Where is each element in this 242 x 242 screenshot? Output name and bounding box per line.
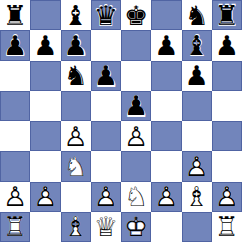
square-a2[interactable]: ♟♙	[0, 182, 30, 212]
piece-glyph: ♘	[121, 182, 151, 212]
square-c1[interactable]: ♝♗	[61, 212, 91, 242]
square-g1[interactable]	[182, 212, 212, 242]
piece-fill: ♞	[59, 59, 93, 93]
square-h2[interactable]: ♟♙	[212, 182, 242, 212]
square-a3[interactable]	[0, 151, 30, 181]
piece-white-pawn[interactable]: ♟♙	[61, 121, 91, 151]
square-f6[interactable]	[151, 61, 181, 91]
square-c4[interactable]: ♟♙	[61, 121, 91, 151]
square-a8[interactable]: ♜♜	[0, 0, 30, 30]
piece-glyph: ♙	[61, 121, 91, 151]
piece-glyph: ♟	[212, 30, 242, 60]
piece-black-knight[interactable]: ♞♞	[61, 61, 91, 91]
piece-glyph: ♙	[212, 182, 242, 212]
square-f2[interactable]: ♟♙	[151, 182, 181, 212]
square-h6[interactable]	[212, 61, 242, 91]
square-b8[interactable]	[30, 0, 60, 30]
piece-fill: ♟	[0, 28, 32, 62]
piece-white-bishop[interactable]: ♝♗	[182, 182, 212, 212]
square-e7[interactable]	[121, 30, 151, 60]
square-c2[interactable]	[61, 182, 91, 212]
square-b3[interactable]	[30, 151, 60, 181]
square-g7[interactable]: ♝♝	[182, 30, 212, 60]
square-b4[interactable]	[30, 121, 60, 151]
piece-fill: ♟	[28, 28, 62, 62]
piece-fill: ♟	[212, 182, 242, 212]
square-b1[interactable]	[30, 212, 60, 242]
piece-glyph: ♟	[151, 30, 181, 60]
square-g3[interactable]: ♟♙	[182, 151, 212, 181]
square-a6[interactable]	[0, 61, 30, 91]
piece-black-rook[interactable]: ♜♜	[212, 0, 242, 30]
piece-glyph: ♟	[0, 30, 30, 60]
piece-glyph: ♙	[0, 182, 30, 212]
square-h4[interactable]	[212, 121, 242, 151]
piece-glyph: ♜	[0, 0, 30, 30]
piece-fill: ♟	[180, 59, 214, 93]
square-e6[interactable]	[121, 61, 151, 91]
square-d3[interactable]	[91, 151, 121, 181]
square-a1[interactable]: ♜♖	[0, 212, 30, 242]
piece-glyph: ♗	[61, 212, 91, 242]
piece-fill: ♟	[89, 59, 123, 93]
piece-fill: ♟	[149, 28, 183, 62]
piece-white-pawn[interactable]: ♟♙	[182, 151, 212, 181]
square-a7[interactable]: ♟♟	[0, 30, 30, 60]
piece-glyph: ♞	[61, 61, 91, 91]
piece-glyph: ♟	[182, 61, 212, 91]
piece-glyph: ♝	[182, 30, 212, 60]
piece-black-pawn[interactable]: ♟♟	[61, 30, 91, 60]
piece-fill: ♚	[121, 212, 151, 242]
piece-white-knight[interactable]: ♞♘	[121, 182, 151, 212]
piece-fill: ♚	[119, 0, 153, 32]
chess-board: ♜♜♝♝♛♛♚♚♞♞♜♜♟♟♟♟♟♟♟♟♝♝♟♟♞♞♟♟♟♟♟♟♟♙♟♙♞♘♟♙…	[0, 0, 242, 242]
square-c5[interactable]	[61, 91, 91, 121]
square-b2[interactable]: ♟♙	[30, 182, 60, 212]
piece-glyph: ♟	[30, 30, 60, 60]
piece-glyph: ♙	[151, 182, 181, 212]
square-h3[interactable]	[212, 151, 242, 181]
piece-fill: ♟	[210, 28, 242, 62]
piece-fill: ♜	[0, 212, 30, 242]
piece-glyph: ♙	[91, 182, 121, 212]
piece-white-pawn[interactable]: ♟♙	[151, 182, 181, 212]
piece-black-bishop[interactable]: ♝♝	[61, 0, 91, 30]
piece-black-pawn[interactable]: ♟♟	[212, 30, 242, 60]
piece-fill: ♟	[151, 182, 181, 212]
piece-black-knight[interactable]: ♞♞	[182, 0, 212, 30]
square-e5[interactable]: ♟♟	[121, 91, 151, 121]
piece-fill: ♝	[59, 0, 93, 32]
square-e3[interactable]	[121, 151, 151, 181]
piece-fill: ♟	[61, 121, 91, 151]
piece-glyph: ♟	[91, 61, 121, 91]
square-d5[interactable]	[91, 91, 121, 121]
piece-glyph: ♛	[91, 0, 121, 30]
square-f1[interactable]	[151, 212, 181, 242]
square-c8[interactable]: ♝♝	[61, 0, 91, 30]
piece-fill: ♛	[91, 212, 121, 242]
piece-white-pawn[interactable]: ♟♙	[212, 182, 242, 212]
piece-white-knight[interactable]: ♞♘	[61, 151, 91, 181]
square-a5[interactable]	[0, 91, 30, 121]
piece-black-pawn[interactable]: ♟♟	[151, 30, 181, 60]
piece-glyph: ♜	[212, 0, 242, 30]
piece-white-pawn[interactable]: ♟♙	[121, 121, 151, 151]
piece-fill: ♝	[180, 28, 214, 62]
piece-glyph: ♟	[61, 30, 91, 60]
piece-glyph: ♙	[182, 151, 212, 181]
square-d1[interactable]: ♛♕	[91, 212, 121, 242]
piece-glyph: ♗	[182, 182, 212, 212]
square-d7[interactable]	[91, 30, 121, 60]
piece-white-queen[interactable]: ♛♕	[91, 212, 121, 242]
square-h8[interactable]: ♜♜	[212, 0, 242, 30]
piece-fill: ♝	[182, 182, 212, 212]
piece-fill: ♜	[0, 0, 32, 32]
piece-black-rook[interactable]: ♜♜	[0, 0, 30, 30]
square-d6[interactable]: ♟♟	[91, 61, 121, 91]
piece-fill: ♟	[59, 28, 93, 62]
square-f5[interactable]	[151, 91, 181, 121]
piece-white-bishop[interactable]: ♝♗	[61, 212, 91, 242]
square-f8[interactable]	[151, 0, 181, 30]
piece-black-pawn[interactable]: ♟♟	[121, 91, 151, 121]
square-g4[interactable]	[182, 121, 212, 151]
piece-fill: ♛	[89, 0, 123, 32]
square-c3[interactable]: ♞♘	[61, 151, 91, 181]
piece-glyph: ♙	[121, 121, 151, 151]
square-d8[interactable]: ♛♛	[91, 0, 121, 30]
piece-white-pawn[interactable]: ♟♙	[30, 182, 60, 212]
piece-fill: ♟	[182, 151, 212, 181]
piece-black-bishop[interactable]: ♝♝	[182, 30, 212, 60]
square-g2[interactable]: ♝♗	[182, 182, 212, 212]
square-e4[interactable]: ♟♙	[121, 121, 151, 151]
piece-fill: ♟	[30, 182, 60, 212]
square-g6[interactable]: ♟♟	[182, 61, 212, 91]
piece-glyph: ♙	[30, 182, 60, 212]
piece-glyph: ♔	[121, 212, 151, 242]
piece-glyph: ♚	[121, 0, 151, 30]
piece-fill: ♜	[212, 212, 242, 242]
piece-glyph: ♘	[61, 151, 91, 181]
piece-fill: ♟	[0, 182, 30, 212]
piece-glyph: ♖	[212, 212, 242, 242]
square-e2[interactable]: ♞♘	[121, 182, 151, 212]
piece-white-rook[interactable]: ♜♖	[212, 212, 242, 242]
piece-glyph: ♝	[61, 0, 91, 30]
piece-glyph: ♕	[91, 212, 121, 242]
square-c7[interactable]: ♟♟	[61, 30, 91, 60]
square-f4[interactable]	[151, 121, 181, 151]
piece-black-queen[interactable]: ♛♛	[91, 0, 121, 30]
square-h5[interactable]	[212, 91, 242, 121]
square-c6[interactable]: ♞♞	[61, 61, 91, 91]
piece-fill: ♟	[91, 182, 121, 212]
square-b7[interactable]: ♟♟	[30, 30, 60, 60]
piece-fill: ♝	[61, 212, 91, 242]
square-h7[interactable]: ♟♟	[212, 30, 242, 60]
piece-fill: ♟	[121, 121, 151, 151]
piece-fill: ♞	[180, 0, 214, 32]
square-e8[interactable]: ♚♚	[121, 0, 151, 30]
piece-white-pawn[interactable]: ♟♙	[0, 182, 30, 212]
piece-black-pawn[interactable]: ♟♟	[91, 61, 121, 91]
piece-black-pawn[interactable]: ♟♟	[30, 30, 60, 60]
piece-glyph: ♞	[182, 0, 212, 30]
square-f3[interactable]	[151, 151, 181, 181]
piece-white-king[interactable]: ♚♔	[121, 212, 151, 242]
square-h1[interactable]: ♜♖	[212, 212, 242, 242]
piece-black-pawn[interactable]: ♟♟	[0, 30, 30, 60]
square-b5[interactable]	[30, 91, 60, 121]
piece-black-king[interactable]: ♚♚	[121, 0, 151, 30]
square-d4[interactable]	[91, 121, 121, 151]
piece-glyph: ♖	[0, 212, 30, 242]
square-f7[interactable]: ♟♟	[151, 30, 181, 60]
piece-white-pawn[interactable]: ♟♙	[91, 182, 121, 212]
piece-fill: ♜	[210, 0, 242, 32]
square-a4[interactable]	[0, 121, 30, 151]
piece-fill: ♞	[61, 151, 91, 181]
square-e1[interactable]: ♚♔	[121, 212, 151, 242]
square-d2[interactable]: ♟♙	[91, 182, 121, 212]
piece-black-pawn[interactable]: ♟♟	[182, 61, 212, 91]
square-g5[interactable]	[182, 91, 212, 121]
square-g8[interactable]: ♞♞	[182, 0, 212, 30]
piece-glyph: ♟	[121, 91, 151, 121]
square-b6[interactable]	[30, 61, 60, 91]
piece-white-rook[interactable]: ♜♖	[0, 212, 30, 242]
piece-fill: ♟	[119, 89, 153, 123]
piece-fill: ♞	[121, 182, 151, 212]
